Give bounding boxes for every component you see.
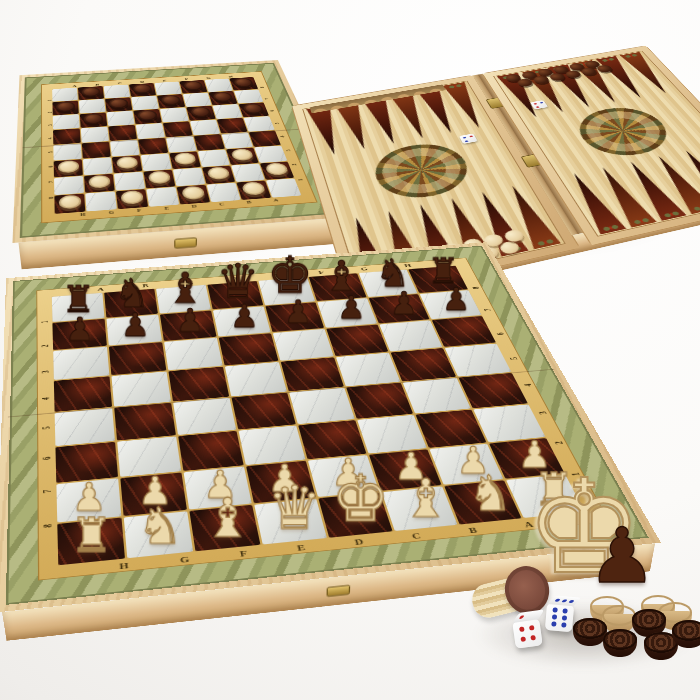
dark-checker[interactable] [672, 620, 700, 650]
checker-top [602, 605, 636, 626]
checker-top [573, 618, 607, 639]
checkers-pile [568, 592, 700, 676]
checker-top [632, 609, 666, 630]
loose-pieces: ♚ ♟ [0, 0, 700, 700]
die-pip [552, 607, 557, 612]
dark-checker[interactable] [573, 618, 607, 648]
die-pip [531, 635, 537, 641]
dark-pawn-piece[interactable]: ♟ [582, 518, 662, 594]
die-pip [520, 637, 526, 643]
die-pip [519, 615, 525, 619]
product-photo-scene: HGFEDCBAABCDEFGH1234567887654321 ♜♞♝♛♚♝♞… [0, 0, 700, 700]
checker-top [672, 620, 700, 641]
overturned-checker[interactable] [467, 561, 555, 630]
die-pip [562, 622, 567, 627]
die-pip [562, 615, 567, 620]
die-pip [561, 599, 568, 603]
die-pip [551, 614, 556, 619]
die-pip [551, 621, 556, 626]
die-pip [529, 625, 535, 631]
die-pip [554, 598, 561, 602]
die-pip [519, 626, 525, 632]
die-1[interactable] [512, 618, 542, 648]
